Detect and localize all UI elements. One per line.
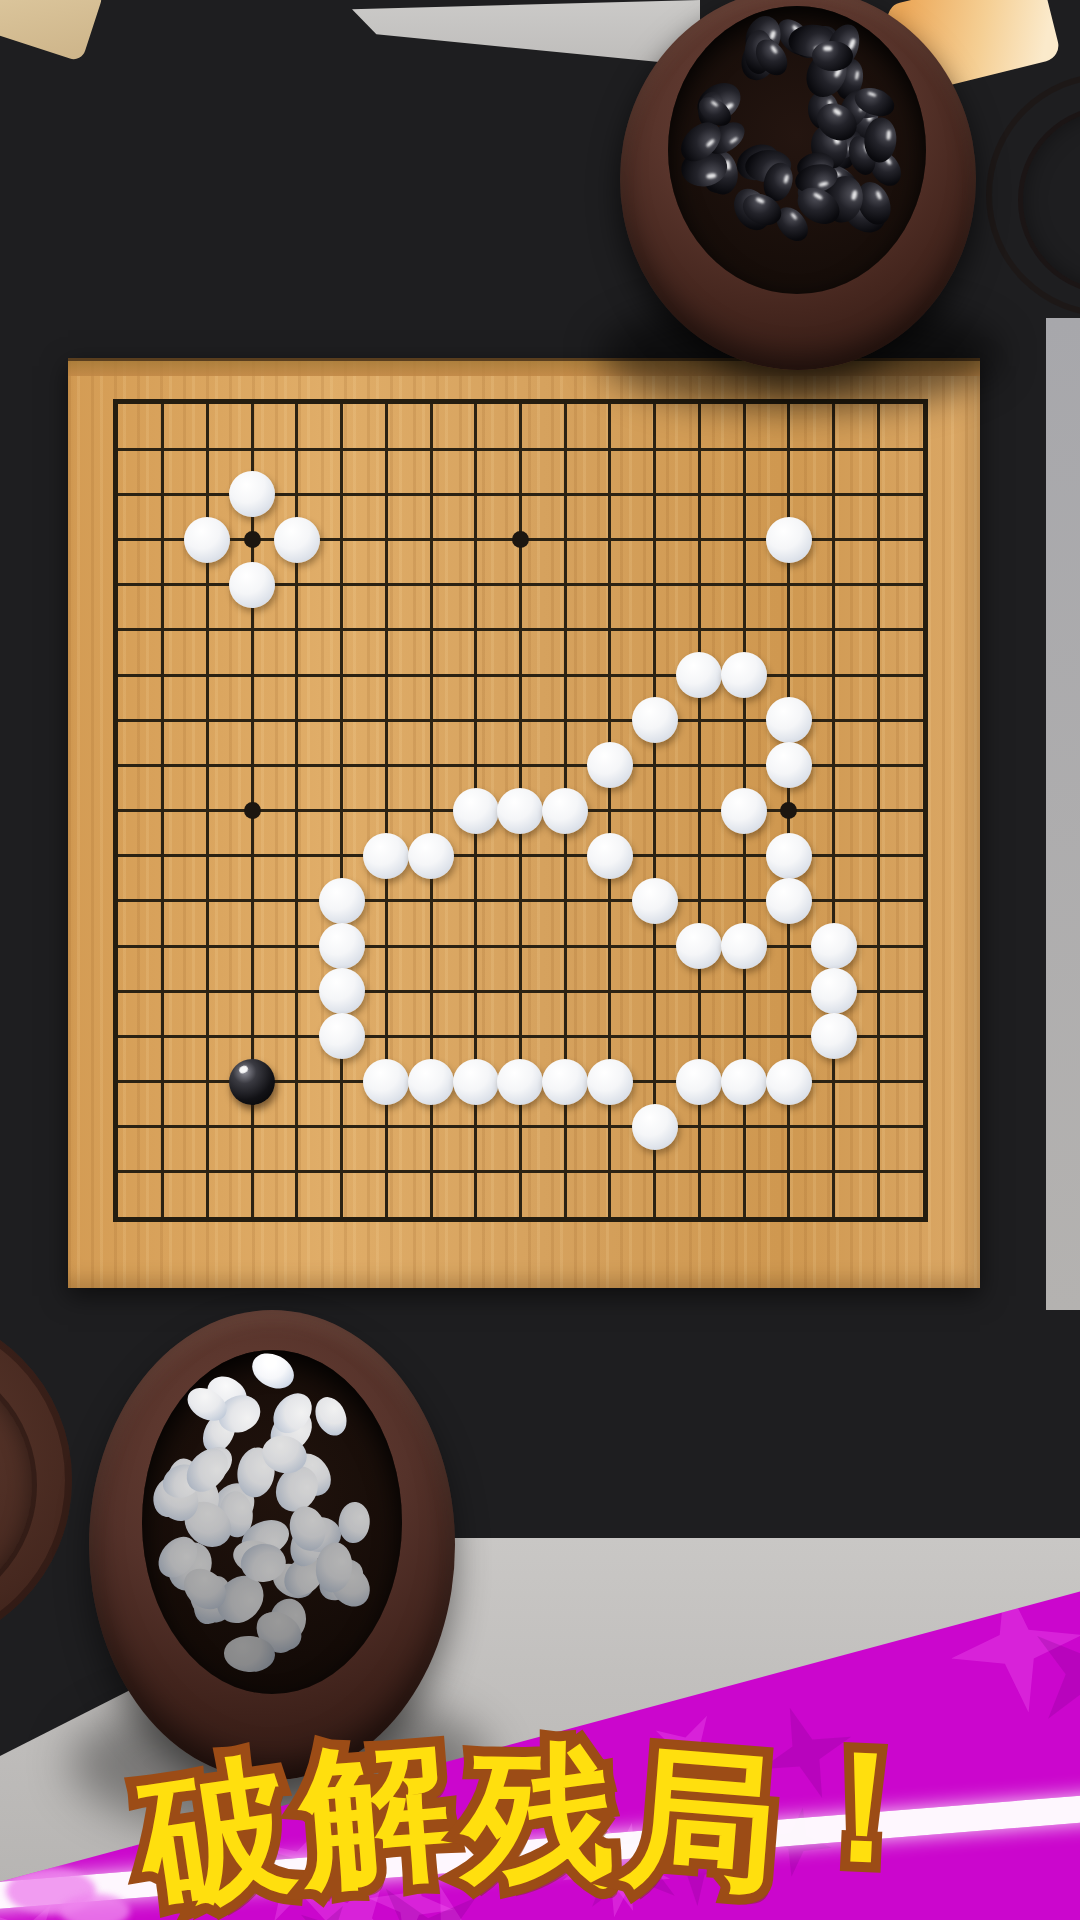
star-point [512,531,529,548]
banner-char: 残残 [463,1738,616,1891]
lid-ring [0,1353,37,1618]
white-stone [497,788,543,834]
go-board[interactable] [68,358,980,1288]
black-stone-bowl [620,0,976,370]
white-stone [319,878,365,924]
wooden-lid-corner [0,0,104,62]
white-stone [497,1059,543,1105]
white-stone [721,788,767,834]
white-stone [319,968,365,1014]
white-stone [587,833,633,879]
white-stone [721,652,767,698]
white-stone [542,788,588,834]
grid-line-v [877,404,880,1217]
white-stone [676,1059,722,1105]
white-stone [721,923,767,969]
white-stone [766,517,812,563]
white-stone-in-bowl [310,1392,353,1441]
game-screenshot: 破破解解残残局局！！ [0,0,1080,1920]
white-bowl-cavity [142,1350,402,1694]
banner-slogan: 破破解解残残局局！！ [0,1698,1080,1920]
white-stone [542,1059,588,1105]
white-stone-in-bowl [246,1350,300,1395]
white-stone [408,833,454,879]
white-stone [632,1104,678,1150]
white-stone [721,1059,767,1105]
grid-line-h [118,1170,923,1173]
grid-line-v [653,404,656,1217]
white-stone [274,517,320,563]
white-stone [811,1013,857,1059]
lid-ring [1018,105,1080,296]
white-stone [632,878,678,924]
white-stone [811,968,857,1014]
white-stone [811,923,857,969]
white-stone [766,878,812,924]
star-point [244,531,261,548]
white-stone [363,1059,409,1105]
white-stone [184,517,230,563]
white-stone [408,1059,454,1105]
white-stone [363,833,409,879]
white-stone [766,833,812,879]
white-stone [453,1059,499,1105]
white-stone [587,742,633,788]
white-stone [587,1059,633,1105]
bowl-lid-right [986,73,1080,317]
white-stone [319,1013,365,1059]
black-bowl-cavity [668,6,926,294]
wall-strip [1046,318,1080,1310]
star-point [244,802,261,819]
white-stone [766,1059,812,1105]
grid-line-h [118,1125,923,1128]
table-edge [352,0,700,66]
banner-char: 局局 [620,1739,783,1902]
grid-line-v [832,404,835,1217]
grid-line-h [118,990,923,993]
white-stone-in-bowl [337,1501,371,1544]
white-stone [453,788,499,834]
black-stone [229,1059,275,1105]
white-stone [632,697,678,743]
white-stone [766,742,812,788]
white-stone [319,923,365,969]
banner-char: 破破 [131,1747,304,1920]
white-stone [229,562,275,608]
banner-char: 解解 [296,1732,459,1895]
white-stone-bowl [89,1310,455,1780]
white-stone [766,697,812,743]
grid-line-h [118,1035,923,1038]
grid-line-h [118,945,923,948]
banner-char: ！！ [785,1727,943,1885]
